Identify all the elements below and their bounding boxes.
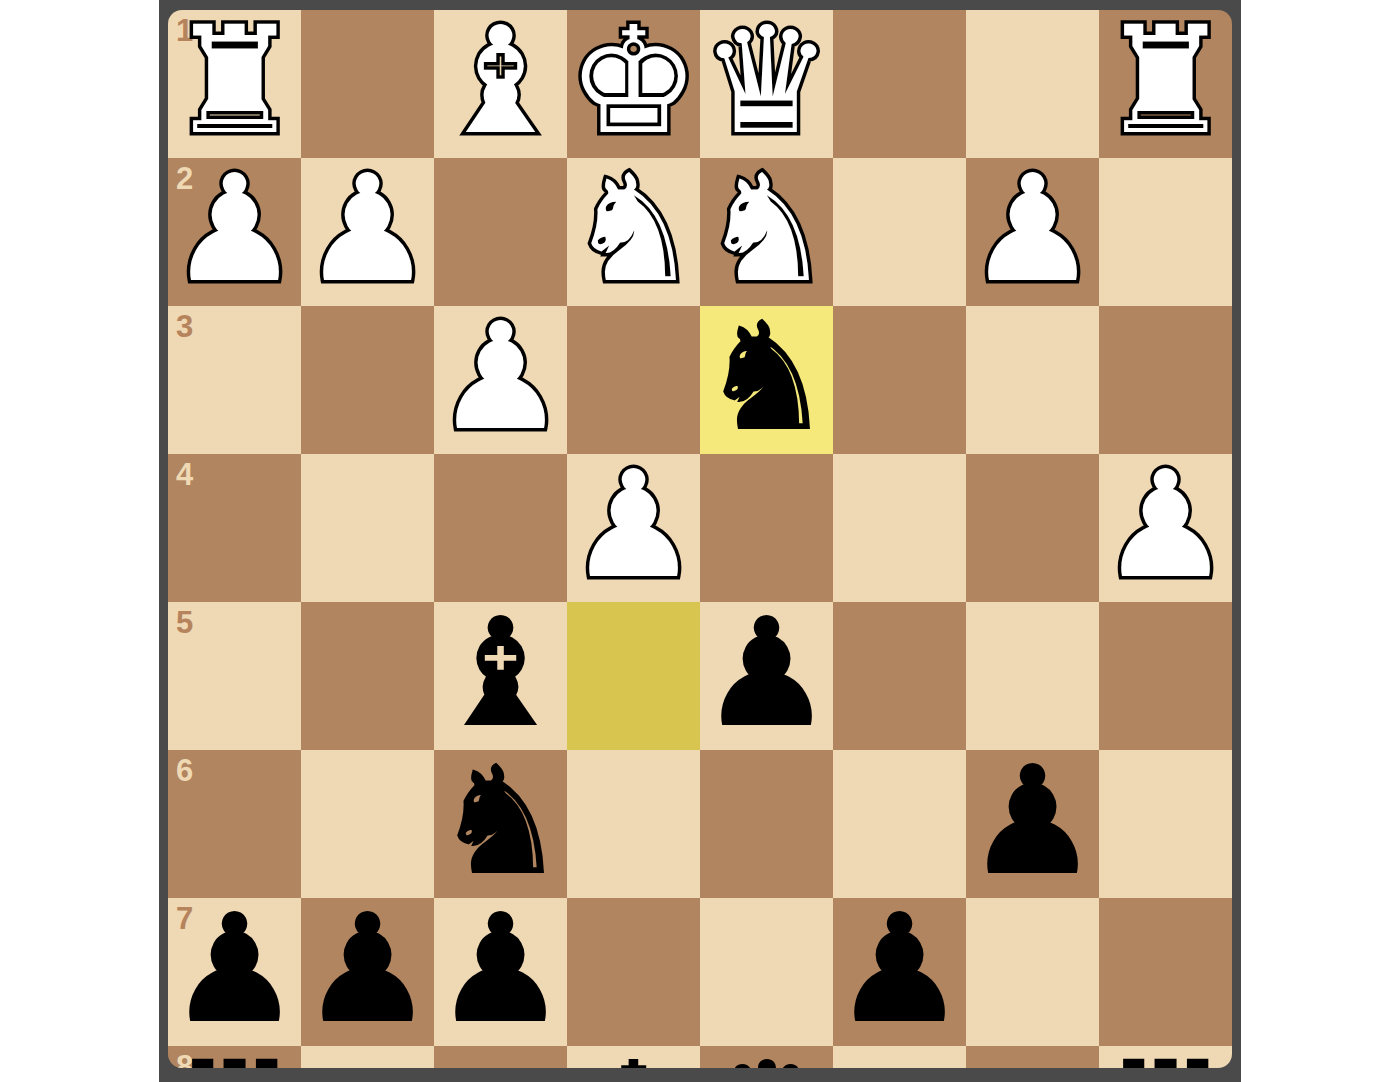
square-a3[interactable] (1099, 306, 1232, 454)
square-f2[interactable] (434, 158, 567, 306)
square-h6[interactable]: 6 (168, 750, 301, 898)
square-c6[interactable] (833, 750, 966, 898)
square-e6[interactable] (567, 750, 700, 898)
square-b8[interactable]: b (966, 1046, 1099, 1068)
square-a6[interactable] (1099, 750, 1232, 898)
square-b4[interactable] (966, 454, 1099, 602)
square-c4[interactable] (833, 454, 966, 602)
square-f7[interactable]: ♟ (434, 898, 567, 1046)
white-pawn-h2[interactable]: ♟ (168, 155, 301, 303)
square-e8[interactable]: e♚ (567, 1046, 700, 1068)
black-pawn-c7[interactable]: ♟ (833, 895, 966, 1043)
square-b2[interactable]: ♟ (966, 158, 1099, 306)
square-d4[interactable] (700, 454, 833, 602)
square-e4[interactable]: ♟ (567, 454, 700, 602)
square-g1[interactable] (301, 10, 434, 158)
square-b3[interactable] (966, 306, 1099, 454)
square-c5[interactable] (833, 602, 966, 750)
square-g4[interactable] (301, 454, 434, 602)
black-pawn-b6[interactable]: ♟ (966, 747, 1099, 895)
black-knight-d3[interactable]: ♞ (700, 303, 833, 451)
white-queen-d1[interactable]: ♛ (700, 10, 833, 155)
square-b7[interactable] (966, 898, 1099, 1046)
square-d8[interactable]: d♛ (700, 1046, 833, 1068)
square-e1[interactable]: ♚ (567, 10, 700, 158)
square-d6[interactable] (700, 750, 833, 898)
square-h8[interactable]: 8h♜ (168, 1046, 301, 1068)
square-a1[interactable]: ♜ (1099, 10, 1232, 158)
white-rook-h1[interactable]: ♜ (168, 10, 301, 155)
white-knight-d2[interactable]: ♞ (700, 155, 833, 303)
black-bishop-f5[interactable]: ♝ (434, 599, 567, 747)
chess-board: 1♜♝♚♛♜2♟♟♞♞♟3♟♞4♟♟5♝♟6♞♟7♟♟♟♟8h♜gfe♚d♛cb… (168, 10, 1232, 1068)
square-h1[interactable]: 1♜ (168, 10, 301, 158)
square-d7[interactable] (700, 898, 833, 1046)
white-knight-e2[interactable]: ♞ (567, 155, 700, 303)
square-g5[interactable] (301, 602, 434, 750)
square-e7[interactable] (567, 898, 700, 1046)
square-h4[interactable]: 4 (168, 454, 301, 602)
square-a4[interactable]: ♟ (1099, 454, 1232, 602)
square-f5[interactable]: ♝ (434, 602, 567, 750)
black-pawn-g7[interactable]: ♟ (301, 895, 434, 1043)
square-f6[interactable]: ♞ (434, 750, 567, 898)
square-g7[interactable]: ♟ (301, 898, 434, 1046)
square-a5[interactable] (1099, 602, 1232, 750)
square-c2[interactable] (833, 158, 966, 306)
square-d2[interactable]: ♞ (700, 158, 833, 306)
square-e3[interactable] (567, 306, 700, 454)
square-f8[interactable]: f (434, 1046, 567, 1068)
square-h7[interactable]: 7♟ (168, 898, 301, 1046)
board-frame: 1♜♝♚♛♜2♟♟♞♞♟3♟♞4♟♟5♝♟6♞♟7♟♟♟♟8h♜gfe♚d♛cb… (159, 0, 1241, 1082)
black-rook-a8[interactable]: ♜ (1099, 1043, 1232, 1068)
square-g2[interactable]: ♟ (301, 158, 434, 306)
square-c7[interactable]: ♟ (833, 898, 966, 1046)
square-a2[interactable] (1099, 158, 1232, 306)
black-rook-h8[interactable]: ♜ (168, 1043, 301, 1068)
square-h2[interactable]: 2♟ (168, 158, 301, 306)
white-king-e1[interactable]: ♚ (567, 10, 700, 155)
square-f3[interactable]: ♟ (434, 306, 567, 454)
black-queen-d8[interactable]: ♛ (700, 1043, 833, 1068)
square-g3[interactable] (301, 306, 434, 454)
black-king-e8[interactable]: ♚ (567, 1043, 700, 1068)
white-pawn-g2[interactable]: ♟ (301, 155, 434, 303)
white-bishop-f1[interactable]: ♝ (434, 10, 567, 155)
rank-label-6: 6 (176, 755, 193, 786)
square-e5[interactable] (567, 602, 700, 750)
square-c8[interactable]: c (833, 1046, 966, 1068)
square-a7[interactable] (1099, 898, 1232, 1046)
square-h5[interactable]: 5 (168, 602, 301, 750)
square-c3[interactable] (833, 306, 966, 454)
black-pawn-h7[interactable]: ♟ (168, 895, 301, 1043)
square-b6[interactable]: ♟ (966, 750, 1099, 898)
square-d3[interactable]: ♞ (700, 306, 833, 454)
rank-label-4: 4 (176, 459, 193, 490)
rank-label-5: 5 (176, 607, 193, 638)
white-pawn-e4[interactable]: ♟ (567, 451, 700, 599)
square-f1[interactable]: ♝ (434, 10, 567, 158)
black-pawn-f7[interactable]: ♟ (434, 895, 567, 1043)
square-c1[interactable] (833, 10, 966, 158)
square-d1[interactable]: ♛ (700, 10, 833, 158)
square-a8[interactable]: a♜ (1099, 1046, 1232, 1068)
square-g6[interactable] (301, 750, 434, 898)
square-b5[interactable] (966, 602, 1099, 750)
white-pawn-b2[interactable]: ♟ (966, 155, 1099, 303)
white-pawn-a4[interactable]: ♟ (1099, 451, 1232, 599)
black-pawn-d5[interactable]: ♟ (700, 599, 833, 747)
white-pawn-f3[interactable]: ♟ (434, 303, 567, 451)
square-b1[interactable] (966, 10, 1099, 158)
square-g8[interactable]: g (301, 1046, 434, 1068)
black-knight-f6[interactable]: ♞ (434, 747, 567, 895)
square-d5[interactable]: ♟ (700, 602, 833, 750)
white-rook-a1[interactable]: ♜ (1099, 10, 1232, 155)
square-h3[interactable]: 3 (168, 306, 301, 454)
square-e2[interactable]: ♞ (567, 158, 700, 306)
square-f4[interactable] (434, 454, 567, 602)
rank-label-3: 3 (176, 311, 193, 342)
